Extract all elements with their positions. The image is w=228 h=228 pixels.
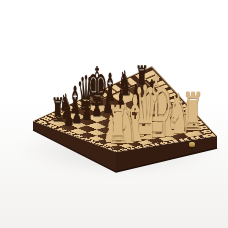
clasp-icon bbox=[189, 142, 195, 147]
product-photo: ♜♞♝♛♚♝♞♜♟♟♟♟♟♟♟♟♟♟♟♟♟♟♟♟♜♞♝♛♚♝♞♜ bbox=[0, 0, 228, 228]
